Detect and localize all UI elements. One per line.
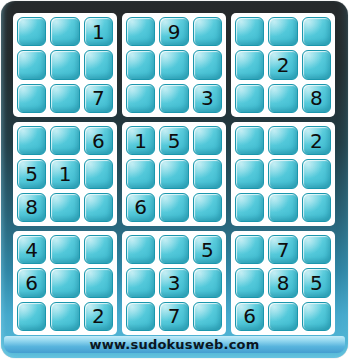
cell-r7c7[interactable] [235,235,264,264]
box-5: 156 [122,122,226,226]
cell-r3c2[interactable] [50,84,79,113]
cell-r2c4[interactable] [126,50,155,79]
cell-r1c4[interactable] [126,17,155,46]
cell-r2c7[interactable] [235,50,264,79]
cell-r3c5[interactable] [159,84,188,113]
box-2: 93 [122,13,226,117]
cell-r2c6[interactable] [193,50,222,79]
cell-r6c5[interactable] [159,193,188,222]
cell-r1c2[interactable] [50,17,79,46]
cell-r2c3[interactable] [84,50,113,79]
cell-r6c8[interactable] [268,193,297,222]
cell-r9c4[interactable] [126,302,155,331]
cell-r8c8[interactable]: 8 [268,268,297,297]
cell-r3c4[interactable] [126,84,155,113]
cell-r9c2[interactable] [50,302,79,331]
cell-r9c9[interactable] [302,302,331,331]
cell-r9c7[interactable]: 6 [235,302,264,331]
box-1: 17 [13,13,117,117]
cell-r6c3[interactable] [84,193,113,222]
sudoku-page: 179328651815624625377856 www.sudokusweb.… [0,0,350,360]
cell-r8c5[interactable]: 3 [159,268,188,297]
cell-r8c7[interactable] [235,268,264,297]
box-3: 28 [231,13,335,117]
cell-r8c6[interactable] [193,268,222,297]
cell-r6c4[interactable]: 6 [126,193,155,222]
box-4: 6518 [13,122,117,226]
cell-r5c2[interactable]: 1 [50,159,79,188]
cell-r4c7[interactable] [235,126,264,155]
cell-r9c1[interactable] [17,302,46,331]
cell-r1c3[interactable]: 1 [84,17,113,46]
cell-r5c1[interactable]: 5 [17,159,46,188]
cell-r4c8[interactable] [268,126,297,155]
cell-r7c2[interactable] [50,235,79,264]
cell-r7c9[interactable] [302,235,331,264]
cell-r6c2[interactable] [50,193,79,222]
cell-r3c1[interactable] [17,84,46,113]
cell-r1c9[interactable] [302,17,331,46]
cell-r3c3[interactable]: 7 [84,84,113,113]
cell-r4c5[interactable]: 5 [159,126,188,155]
cell-r6c1[interactable]: 8 [17,193,46,222]
cell-r7c5[interactable] [159,235,188,264]
cell-r1c5[interactable]: 9 [159,17,188,46]
footer-bar: www.sudokusweb.com [4,336,345,353]
sudoku-grid: 179328651815624625377856 [13,13,335,335]
box-7: 462 [13,231,117,335]
cell-r5c7[interactable] [235,159,264,188]
cell-r4c1[interactable] [17,126,46,155]
cell-r5c4[interactable] [126,159,155,188]
cell-r6c9[interactable] [302,193,331,222]
cell-r5c9[interactable] [302,159,331,188]
cell-r1c7[interactable] [235,17,264,46]
cell-r9c8[interactable] [268,302,297,331]
cell-r7c4[interactable] [126,235,155,264]
cell-r4c6[interactable] [193,126,222,155]
cell-r5c3[interactable] [84,159,113,188]
cell-r8c9[interactable]: 5 [302,268,331,297]
cell-r2c8[interactable]: 2 [268,50,297,79]
cell-r4c9[interactable]: 2 [302,126,331,155]
cell-r1c8[interactable] [268,17,297,46]
cell-r3c7[interactable] [235,84,264,113]
website-link[interactable]: www.sudokusweb.com [90,337,260,352]
cell-r9c6[interactable] [193,302,222,331]
box-9: 7856 [231,231,335,335]
cell-r3c9[interactable]: 8 [302,84,331,113]
cell-r2c9[interactable] [302,50,331,79]
cell-r4c4[interactable]: 1 [126,126,155,155]
cell-r5c6[interactable] [193,159,222,188]
cell-r8c2[interactable] [50,268,79,297]
cell-r6c7[interactable] [235,193,264,222]
cell-r7c8[interactable]: 7 [268,235,297,264]
cell-r7c1[interactable]: 4 [17,235,46,264]
cell-r8c1[interactable]: 6 [17,268,46,297]
cell-r9c5[interactable]: 7 [159,302,188,331]
cell-r3c6[interactable]: 3 [193,84,222,113]
cell-r8c3[interactable] [84,268,113,297]
cell-r6c6[interactable] [193,193,222,222]
cell-r7c3[interactable] [84,235,113,264]
board-frame: 179328651815624625377856 www.sudokusweb.… [1,1,348,358]
cell-r3c8[interactable] [268,84,297,113]
box-8: 537 [122,231,226,335]
cell-r2c2[interactable] [50,50,79,79]
cell-r2c1[interactable] [17,50,46,79]
cell-r7c6[interactable]: 5 [193,235,222,264]
cell-r8c4[interactable] [126,268,155,297]
cell-r1c1[interactable] [17,17,46,46]
cell-r9c3[interactable]: 2 [84,302,113,331]
cell-r4c2[interactable] [50,126,79,155]
cell-r4c3[interactable]: 6 [84,126,113,155]
cell-r5c5[interactable] [159,159,188,188]
cell-r1c6[interactable] [193,17,222,46]
box-6: 2 [231,122,335,226]
cell-r5c8[interactable] [268,159,297,188]
cell-r2c5[interactable] [159,50,188,79]
